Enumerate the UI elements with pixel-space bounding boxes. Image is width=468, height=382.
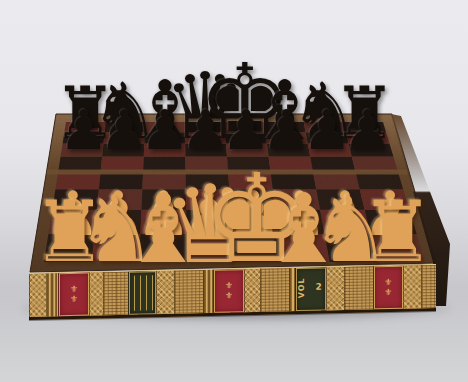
spine-segment-chev-1 bbox=[46, 273, 59, 316]
fleur-ornament-icon: ⚜ bbox=[384, 288, 392, 297]
spine-segment-red-16: ⚜⚜ bbox=[373, 266, 403, 310]
spine-segment-orn-0 bbox=[29, 274, 46, 317]
spine-volume-label: VOL bbox=[299, 277, 307, 298]
spine-segment-lat-7 bbox=[174, 270, 202, 314]
fleur-ornament-icon: ⚜ bbox=[225, 281, 233, 290]
spine-volume-number: 2 bbox=[315, 282, 321, 291]
fleur-ornament-icon: ⚜ bbox=[384, 278, 392, 287]
spine-segment-lat-4 bbox=[103, 272, 127, 316]
spine-segment-lat-18 bbox=[421, 265, 436, 308]
spine-segment-orn-17 bbox=[403, 265, 422, 308]
chess-board bbox=[0, 0, 468, 382]
leather-texture bbox=[30, 114, 440, 274]
fleur-ornament-icon: ⚜ bbox=[225, 291, 233, 300]
spine-segment-lab1-5 bbox=[128, 271, 156, 315]
spine-segment-orn-10 bbox=[244, 269, 261, 312]
spine-segment-orn-3 bbox=[89, 272, 104, 315]
spine-segment-lat-11 bbox=[260, 268, 288, 312]
spine-segment-orn-14 bbox=[326, 267, 345, 310]
fleur-ornament-icon: ⚜ bbox=[70, 285, 78, 294]
spine-segment-red-2: ⚜⚜ bbox=[58, 273, 88, 317]
fleur-ornament-icon: ⚜ bbox=[70, 295, 78, 304]
spine-segment-chev-8 bbox=[203, 270, 214, 313]
spine-segment-lab2-13: VOL2 bbox=[295, 267, 325, 311]
spine-segment-orn-6 bbox=[156, 271, 175, 314]
spine-segment-lat-15 bbox=[344, 266, 372, 310]
spine-segment-red-9: ⚜⚜ bbox=[213, 269, 243, 313]
spine-segment-chev-12 bbox=[289, 268, 296, 311]
photo-background: ⚜⚜⚜⚜VOL2⚜⚜ ♜♞♝♛♚♝♞♜♟♟♟♟♟♟♟♟♟♟♟♟♟♟♟♟♜♞♝♛♚… bbox=[0, 0, 468, 382]
book-spine: ⚜⚜⚜⚜VOL2⚜⚜ bbox=[29, 264, 436, 320]
